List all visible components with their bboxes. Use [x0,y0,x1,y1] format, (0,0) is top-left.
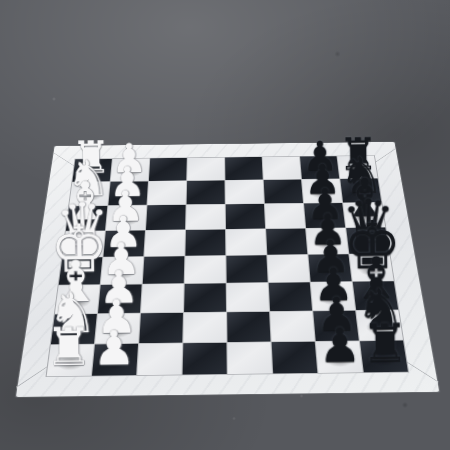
square-b5[interactable] [225,180,263,204]
frame-miter-seam [17,366,48,387]
square-g5[interactable] [227,311,270,341]
square-h6[interactable] [271,341,317,373]
square-g6[interactable] [270,311,315,341]
square-e4[interactable] [184,255,225,282]
square-h7[interactable]: ♟ [315,341,362,373]
square-a6[interactable] [262,156,300,179]
square-a4[interactable] [187,157,224,180]
square-c6[interactable] [264,203,304,228]
square-a5[interactable] [225,157,263,180]
square-g4[interactable] [183,312,226,342]
square-c3[interactable] [145,204,185,229]
square-e3[interactable] [142,256,184,283]
square-h2[interactable]: ♟ [91,343,137,375]
square-g3[interactable] [139,312,183,342]
black-rook[interactable]: ♜ [361,315,409,368]
board-perspective-wrapper: ♜♟♟♜♞♟♟♞♝♟♟♝♛♟♟♛♚♟♟♚♝♟♟♝♞♟♟♞♜♟♟♜ [15,141,438,396]
square-d5[interactable] [226,229,266,255]
board-front-edge [16,381,438,396]
chess-board: ♜♟♟♜♞♟♟♞♝♟♟♝♛♟♟♛♚♟♟♚♝♟♟♝♞♟♟♞♜♟♟♜ [46,155,407,375]
square-f5[interactable] [226,282,268,311]
black-pawn[interactable]: ♟ [318,321,361,369]
product-photo-background: ♜♟♟♜♞♟♟♞♝♟♟♝♛♟♟♛♚♟♟♚♝♟♟♝♞♟♟♞♜♟♟♜ [0,0,450,450]
square-h5[interactable] [227,342,272,374]
square-h4[interactable] [182,342,226,374]
square-d4[interactable] [185,229,225,255]
square-b3[interactable] [147,180,186,204]
chess-board-frame: ♜♟♟♜♞♟♟♞♝♟♟♝♛♟♟♛♚♟♟♚♝♟♟♝♞♟♟♞♜♟♟♜ [15,141,438,396]
frame-miter-seam [406,361,437,381]
square-f6[interactable] [268,282,311,311]
square-d6[interactable] [266,228,307,254]
square-b6[interactable] [263,179,302,203]
square-c5[interactable] [225,203,264,228]
square-d3[interactable] [144,230,185,256]
square-c4[interactable] [185,204,224,229]
white-rook[interactable]: ♜ [44,319,92,372]
square-h3[interactable] [137,343,182,375]
square-b4[interactable] [186,180,224,204]
square-f3[interactable] [141,283,184,312]
square-f4[interactable] [184,283,226,312]
square-h8[interactable]: ♜ [359,340,407,372]
square-e6[interactable] [267,254,309,281]
scene: ♜♟♟♜♞♟♟♞♝♟♟♝♛♟♟♛♚♟♟♚♝♟♟♝♞♟♟♞♜♟♟♜ [0,0,450,450]
square-e5[interactable] [226,255,267,282]
square-h1[interactable]: ♜ [46,344,93,376]
square-a3[interactable] [148,158,186,181]
white-pawn[interactable]: ♟ [92,324,135,372]
